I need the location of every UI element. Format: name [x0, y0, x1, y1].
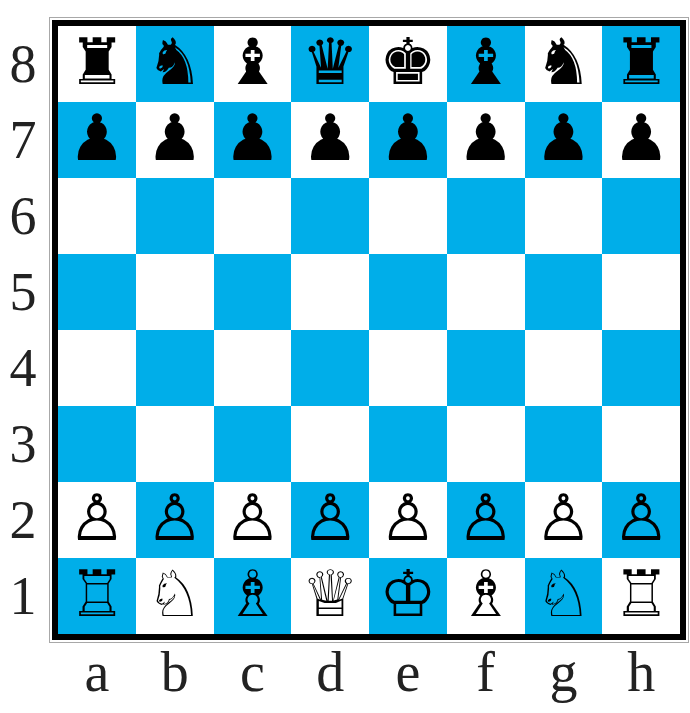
white-pawn-g2[interactable]: ♙ [535, 486, 592, 550]
black-knight-b8[interactable]: ♞ [146, 30, 203, 94]
rank-label-2: 2 [0, 482, 46, 558]
square-f6[interactable] [447, 178, 525, 254]
black-pawn-g7[interactable]: ♟ [535, 106, 592, 170]
square-a2[interactable]: ♙ [58, 482, 136, 558]
square-f5[interactable] [447, 254, 525, 330]
square-c5[interactable] [214, 254, 292, 330]
white-king-e1[interactable]: ♔ [379, 562, 436, 626]
white-knight-b1[interactable]: ♘ [146, 562, 203, 626]
square-c2[interactable]: ♙ [214, 482, 292, 558]
white-rook-a1[interactable]: ♖ [68, 562, 125, 626]
square-g6[interactable] [525, 178, 603, 254]
square-b4[interactable] [136, 330, 214, 406]
rank-label-3: 3 [0, 406, 46, 482]
square-h5[interactable] [602, 254, 680, 330]
square-a4[interactable] [58, 330, 136, 406]
black-pawn-a7[interactable]: ♟ [68, 106, 125, 170]
square-b6[interactable] [136, 178, 214, 254]
white-bishop-c1[interactable]: ♗ [224, 562, 281, 626]
rank-label-7: 7 [0, 102, 46, 178]
square-e8[interactable]: ♚ [369, 26, 447, 102]
white-pawn-b2[interactable]: ♙ [146, 486, 203, 550]
square-d6[interactable] [291, 178, 369, 254]
square-c1[interactable]: ♗ [214, 558, 292, 634]
white-pawn-h2[interactable]: ♙ [612, 486, 669, 550]
square-a1[interactable]: ♖ [58, 558, 136, 634]
square-g5[interactable] [525, 254, 603, 330]
black-pawn-e7[interactable]: ♟ [379, 106, 436, 170]
square-d3[interactable] [291, 406, 369, 482]
square-f7[interactable]: ♟ [447, 102, 525, 178]
square-g2[interactable]: ♙ [525, 482, 603, 558]
white-bishop-f1[interactable]: ♗ [457, 562, 514, 626]
rank-label-8: 8 [0, 26, 46, 102]
square-b7[interactable]: ♟ [136, 102, 214, 178]
rank-labels: 87654321 [0, 26, 46, 634]
file-label-d: d [291, 638, 369, 713]
black-bishop-f8[interactable]: ♝ [457, 30, 514, 94]
rank-label-1: 1 [0, 558, 46, 634]
square-g8[interactable]: ♞ [525, 26, 603, 102]
file-label-g: g [525, 638, 603, 713]
white-pawn-f2[interactable]: ♙ [457, 486, 514, 550]
rank-label-6: 6 [0, 178, 46, 254]
square-h1[interactable]: ♖ [602, 558, 680, 634]
white-pawn-e2[interactable]: ♙ [379, 486, 436, 550]
square-h3[interactable] [602, 406, 680, 482]
file-label-e: e [369, 638, 447, 713]
square-a3[interactable] [58, 406, 136, 482]
black-rook-a8[interactable]: ♜ [68, 30, 125, 94]
square-d7[interactable]: ♟ [291, 102, 369, 178]
black-rook-h8[interactable]: ♜ [612, 30, 669, 94]
square-d4[interactable] [291, 330, 369, 406]
chess-diagram: 87654321 ♜♞♝♛♚♝♞♜♟♟♟♟♟♟♟♟♙♙♙♙♙♙♙♙♖♘♗♕♔♗♘… [0, 0, 690, 713]
white-pawn-c2[interactable]: ♙ [224, 486, 281, 550]
black-pawn-f7[interactable]: ♟ [457, 106, 514, 170]
black-pawn-c7[interactable]: ♟ [224, 106, 281, 170]
square-h8[interactable]: ♜ [602, 26, 680, 102]
white-pawn-a2[interactable]: ♙ [68, 486, 125, 550]
square-a7[interactable]: ♟ [58, 102, 136, 178]
square-a5[interactable] [58, 254, 136, 330]
square-g3[interactable] [525, 406, 603, 482]
black-pawn-d7[interactable]: ♟ [301, 106, 358, 170]
square-h2[interactable]: ♙ [602, 482, 680, 558]
rank-label-4: 4 [0, 330, 46, 406]
square-d2[interactable]: ♙ [291, 482, 369, 558]
square-f2[interactable]: ♙ [447, 482, 525, 558]
white-knight-g1[interactable]: ♘ [535, 562, 592, 626]
square-h7[interactable]: ♟ [602, 102, 680, 178]
square-f1[interactable]: ♗ [447, 558, 525, 634]
square-c3[interactable] [214, 406, 292, 482]
chess-board: ♜♞♝♛♚♝♞♜♟♟♟♟♟♟♟♟♙♙♙♙♙♙♙♙♖♘♗♕♔♗♘♖ [52, 20, 686, 640]
square-f3[interactable] [447, 406, 525, 482]
black-queen-d8[interactable]: ♛ [301, 30, 358, 94]
black-pawn-h7[interactable]: ♟ [612, 106, 669, 170]
square-c8[interactable]: ♝ [214, 26, 292, 102]
black-king-e8[interactable]: ♚ [379, 30, 436, 94]
file-label-h: h [602, 638, 680, 713]
square-e7[interactable]: ♟ [369, 102, 447, 178]
square-a6[interactable] [58, 178, 136, 254]
square-d8[interactable]: ♛ [291, 26, 369, 102]
square-b5[interactable] [136, 254, 214, 330]
square-g1[interactable]: ♘ [525, 558, 603, 634]
white-rook-h1[interactable]: ♖ [612, 562, 669, 626]
square-e2[interactable]: ♙ [369, 482, 447, 558]
black-knight-g8[interactable]: ♞ [535, 30, 592, 94]
square-b2[interactable]: ♙ [136, 482, 214, 558]
black-pawn-b7[interactable]: ♟ [146, 106, 203, 170]
file-label-f: f [447, 638, 525, 713]
file-labels: abcdefgh [58, 638, 680, 713]
square-a8[interactable]: ♜ [58, 26, 136, 102]
white-queen-d1[interactable]: ♕ [301, 562, 358, 626]
square-b1[interactable]: ♘ [136, 558, 214, 634]
square-g4[interactable] [525, 330, 603, 406]
square-e1[interactable]: ♔ [369, 558, 447, 634]
square-c4[interactable] [214, 330, 292, 406]
square-e6[interactable] [369, 178, 447, 254]
square-c7[interactable]: ♟ [214, 102, 292, 178]
square-h4[interactable] [602, 330, 680, 406]
square-e5[interactable] [369, 254, 447, 330]
file-label-b: b [136, 638, 214, 713]
file-label-c: c [214, 638, 292, 713]
square-c6[interactable] [214, 178, 292, 254]
white-pawn-d2[interactable]: ♙ [301, 486, 358, 550]
square-f8[interactable]: ♝ [447, 26, 525, 102]
square-f4[interactable] [447, 330, 525, 406]
square-g7[interactable]: ♟ [525, 102, 603, 178]
square-d5[interactable] [291, 254, 369, 330]
square-d1[interactable]: ♕ [291, 558, 369, 634]
square-e3[interactable] [369, 406, 447, 482]
square-e4[interactable] [369, 330, 447, 406]
file-label-a: a [58, 638, 136, 713]
square-b3[interactable] [136, 406, 214, 482]
square-b8[interactable]: ♞ [136, 26, 214, 102]
black-bishop-c8[interactable]: ♝ [224, 30, 281, 94]
square-h6[interactable] [602, 178, 680, 254]
rank-label-5: 5 [0, 254, 46, 330]
